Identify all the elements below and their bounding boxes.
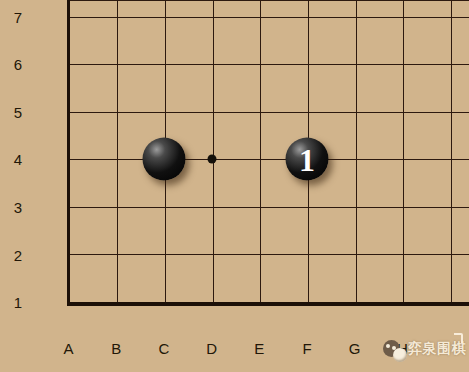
board-cell [260, 17, 308, 65]
board-cell [165, 64, 213, 112]
black-stone-c4 [142, 138, 185, 181]
board-cell [403, 254, 451, 302]
board-cell [70, 254, 118, 302]
board-cell [213, 64, 261, 112]
board-cell [308, 17, 356, 65]
row-label-7: 7 [14, 8, 22, 25]
board-cell [70, 207, 118, 255]
board-cell [308, 254, 356, 302]
row-label-3: 3 [14, 198, 22, 215]
board-cell [260, 0, 308, 17]
board-cell [70, 17, 118, 65]
board-cell [403, 112, 451, 160]
row-label-1: 1 [14, 294, 22, 311]
board-cell [213, 254, 261, 302]
board-cell [165, 207, 213, 255]
board-cell [308, 64, 356, 112]
board-cell [451, 0, 469, 17]
row-label-6: 6 [14, 56, 22, 73]
star-point-d4 [207, 155, 216, 164]
board-cell [213, 159, 261, 207]
board-cell [451, 64, 469, 112]
board-cell [70, 64, 118, 112]
board-cell [213, 112, 261, 160]
board-cell [117, 64, 165, 112]
board-cell [356, 17, 404, 65]
col-label-g: G [349, 340, 361, 357]
col-label-a: A [63, 340, 73, 357]
board-cell [260, 254, 308, 302]
col-label-c: C [158, 340, 169, 357]
board-cell [403, 207, 451, 255]
row-label-5: 5 [14, 103, 22, 120]
board-cell [260, 207, 308, 255]
watermark-light-stone-icon [393, 348, 407, 362]
stone-move-number: 1 [299, 143, 315, 176]
board-cell [70, 159, 118, 207]
col-label-d: D [206, 340, 217, 357]
row-label-4: 4 [14, 151, 22, 168]
board-cell [356, 254, 404, 302]
board-cell [356, 159, 404, 207]
go-board-grid [67, 0, 469, 306]
board-cell [165, 0, 213, 17]
board-cell [356, 0, 404, 17]
board-cell [403, 0, 451, 17]
board-cell [451, 112, 469, 160]
board-cell [213, 0, 261, 17]
watermark-corner-mark-icon [454, 333, 463, 343]
board-cell [117, 0, 165, 17]
board-cell [451, 254, 469, 302]
board-cell [213, 207, 261, 255]
board-cell [403, 64, 451, 112]
board-cell [356, 112, 404, 160]
row-label-2: 2 [14, 246, 22, 263]
board-cell [70, 112, 118, 160]
board-cell [356, 64, 404, 112]
board-cell [117, 207, 165, 255]
watermark-stone-highlight-icon [386, 344, 390, 348]
board-cell [117, 254, 165, 302]
board-cell [451, 207, 469, 255]
board-cell [451, 17, 469, 65]
board-cell [451, 159, 469, 207]
board-cell [308, 207, 356, 255]
board-cell [356, 207, 404, 255]
board-cell [165, 254, 213, 302]
board-cell [165, 17, 213, 65]
board-cell [117, 17, 165, 65]
board-cell [403, 159, 451, 207]
col-label-b: B [111, 340, 121, 357]
board-cell [260, 64, 308, 112]
board-cell [308, 0, 356, 17]
go-diagram: 1 ABCDEFGH7654321 弈泉围棋 [0, 0, 469, 372]
col-label-e: E [254, 340, 264, 357]
black-stone-f4: 1 [286, 138, 329, 181]
board-cell [403, 17, 451, 65]
board-cell [213, 17, 261, 65]
watermark: 弈泉围棋 [381, 333, 469, 369]
board-cell [70, 0, 118, 17]
col-label-f: F [302, 340, 311, 357]
